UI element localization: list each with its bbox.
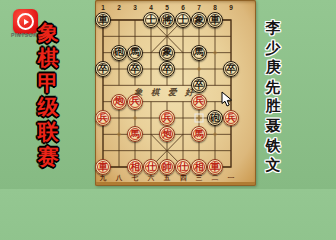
file-number-top: 6 bbox=[181, 4, 185, 11]
piece-black-士[interactable]: 士 bbox=[143, 12, 159, 28]
piece-black-卒[interactable]: 卒 bbox=[223, 61, 239, 77]
file-number-top: 4 bbox=[149, 4, 153, 11]
event-title: 象棋甲级联赛 bbox=[38, 21, 59, 170]
file-number-top: 1 bbox=[101, 4, 105, 11]
piece-black-車[interactable]: 車 bbox=[207, 12, 223, 28]
piece-red-馬[interactable]: 馬 bbox=[191, 126, 207, 142]
piece-black-砲[interactable]: 砲 bbox=[111, 45, 127, 61]
title-char: 少 bbox=[266, 38, 281, 58]
piece-red-兵[interactable]: 兵 bbox=[95, 110, 111, 126]
title-char: 庚 bbox=[266, 57, 281, 77]
piece-black-士[interactable]: 士 bbox=[175, 12, 191, 28]
piece-red-炮[interactable]: 炮 bbox=[111, 94, 127, 110]
piece-black-馬[interactable]: 馬 bbox=[127, 45, 143, 61]
file-number-top: 5 bbox=[165, 4, 169, 11]
piece-red-兵[interactable]: 兵 bbox=[127, 94, 143, 110]
file-number-top: 3 bbox=[133, 4, 137, 11]
file-number-top: 7 bbox=[197, 4, 201, 11]
piece-black-將[interactable]: 將 bbox=[159, 12, 175, 28]
piece-red-兵[interactable]: 兵 bbox=[223, 110, 239, 126]
title-char: 铁 bbox=[266, 136, 281, 156]
title-char: 胜 bbox=[266, 96, 281, 116]
file-number-top: 8 bbox=[213, 4, 217, 11]
piece-red-兵[interactable]: 兵 bbox=[191, 94, 207, 110]
title-char: 联 bbox=[38, 120, 59, 145]
play-icon bbox=[17, 13, 34, 30]
piece-red-相[interactable]: 相 bbox=[191, 159, 207, 175]
title-char: 赛 bbox=[38, 145, 59, 170]
file-number-bottom: 一 bbox=[228, 174, 235, 183]
piece-black-卒[interactable]: 卒 bbox=[159, 61, 175, 77]
piece-red-相[interactable]: 相 bbox=[127, 159, 143, 175]
file-number-bottom: 八 bbox=[116, 174, 123, 183]
file-number-top: 2 bbox=[117, 4, 121, 11]
channel-logo bbox=[13, 9, 38, 34]
title-char: 李 bbox=[266, 18, 281, 38]
last-move-from-marker bbox=[195, 114, 204, 123]
piece-red-炮[interactable]: 炮 bbox=[159, 126, 175, 142]
piece-red-兵[interactable]: 兵 bbox=[159, 110, 175, 126]
piece-black-象[interactable]: 象 bbox=[159, 45, 175, 61]
channel-name: PINTSOK bbox=[11, 32, 37, 38]
title-char: 象 bbox=[38, 21, 59, 46]
piece-black-卒[interactable]: 卒 bbox=[95, 61, 111, 77]
piece-red-仕[interactable]: 仕 bbox=[175, 159, 191, 175]
title-char: 先 bbox=[266, 77, 281, 97]
piece-red-馬[interactable]: 馬 bbox=[127, 126, 143, 142]
piece-black-馬[interactable]: 馬 bbox=[191, 45, 207, 61]
mouse-cursor-icon bbox=[221, 91, 233, 108]
piece-red-車[interactable]: 車 bbox=[95, 159, 111, 175]
piece-black-砲[interactable]: 砲 bbox=[207, 110, 223, 126]
piece-red-帥[interactable]: 帥 bbox=[159, 159, 175, 175]
piece-black-卒[interactable]: 卒 bbox=[127, 61, 143, 77]
title-char: 棋 bbox=[38, 46, 59, 71]
title-char: 文 bbox=[266, 155, 281, 175]
title-char: 级 bbox=[38, 95, 59, 120]
piece-red-車[interactable]: 車 bbox=[207, 159, 223, 175]
video-frame: { "game": "xiangqi", "channel": { "logo_… bbox=[0, 0, 336, 189]
title-char: 甲 bbox=[38, 71, 59, 96]
title-char: 聂 bbox=[266, 116, 281, 136]
piece-red-仕[interactable]: 仕 bbox=[143, 159, 159, 175]
piece-black-車[interactable]: 車 bbox=[95, 12, 111, 28]
match-result-title: 李少庚先胜聂铁文 bbox=[266, 18, 281, 175]
file-number-top: 9 bbox=[229, 4, 233, 11]
piece-black-卒[interactable]: 卒 bbox=[191, 77, 207, 93]
piece-black-象[interactable]: 象 bbox=[191, 12, 207, 28]
